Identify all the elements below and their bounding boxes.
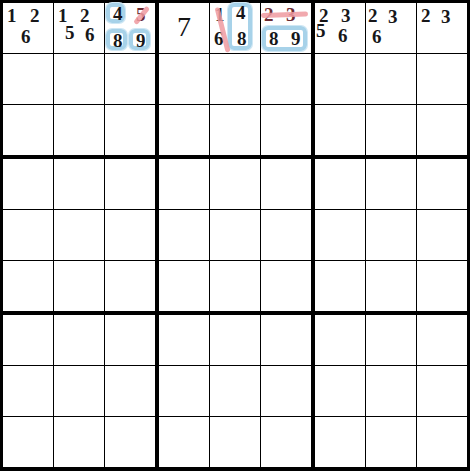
cell-r8c5[interactable] [261,417,315,467]
pencilmark-candidate-4: 4 [236,6,246,19]
cell-r0c0[interactable]: 126 [3,3,54,54]
pencilmark-candidate-4: 4 [113,7,123,20]
cell-r7c2[interactable] [105,366,159,417]
cell-r8c7[interactable] [366,417,417,467]
cell-r4c5[interactable] [261,210,315,261]
cell-r0c1[interactable]: 1256 [54,3,105,54]
cell-r8c6[interactable] [315,417,366,467]
sudoku-board: 12612564589714682389235623623 [0,0,470,471]
pencilmark-candidate-8: 8 [269,32,279,45]
pencilmark-candidate-9: 9 [291,32,301,45]
pencilmark-candidate-9: 9 [136,34,146,47]
cell-r3c2[interactable] [105,159,159,210]
cell-r7c0[interactable] [3,366,54,417]
cell-r4c3[interactable] [159,210,210,261]
cell-r7c3[interactable] [159,366,210,417]
pencilmark-candidate-2: 2 [30,9,40,22]
cell-r4c0[interactable] [3,210,54,261]
cell-r1c2[interactable] [105,54,159,105]
pencilmark-candidate-3: 3 [388,10,398,23]
cell-r6c1[interactable] [54,315,105,366]
candidate-strike-line [261,11,308,18]
cell-r5c5[interactable] [261,261,315,315]
cell-r6c8[interactable] [417,315,467,366]
cell-r0c7[interactable]: 236 [366,3,417,54]
pencilmark-candidate-6: 6 [338,29,348,42]
pencilmark-candidate-2: 2 [80,9,90,22]
cell-r3c3[interactable] [159,159,210,210]
cell-r7c7[interactable] [366,366,417,417]
pencilmark-candidate-6: 6 [372,30,382,43]
pencilmark-candidate-8: 8 [113,34,123,47]
cell-r2c2[interactable] [105,105,159,159]
cell-r5c6[interactable] [315,261,366,315]
cell-r4c7[interactable] [366,210,417,261]
cell-r1c4[interactable] [210,54,261,105]
cell-r3c6[interactable] [315,159,366,210]
cell-r5c2[interactable] [105,261,159,315]
cell-r3c0[interactable] [3,159,54,210]
cell-r2c4[interactable] [210,105,261,159]
cell-r2c0[interactable] [3,105,54,159]
given-digit: 7 [159,12,209,42]
cell-r0c2[interactable]: 4589 [105,3,159,54]
cell-r0c6[interactable]: 2356 [315,3,366,54]
cell-r8c3[interactable] [159,417,210,467]
cell-r7c4[interactable] [210,366,261,417]
cell-r2c7[interactable] [366,105,417,159]
cell-r2c8[interactable] [417,105,467,159]
cell-r5c7[interactable] [366,261,417,315]
pencilmark-candidate-5: 5 [316,24,326,37]
cell-r6c6[interactable] [315,315,366,366]
cell-r1c0[interactable] [3,54,54,105]
pencilmark-candidate-5: 5 [65,26,75,39]
cell-r6c3[interactable] [159,315,210,366]
cell-r2c1[interactable] [54,105,105,159]
cell-r7c1[interactable] [54,366,105,417]
cell-r3c4[interactable] [210,159,261,210]
cell-r0c4[interactable]: 1468 [210,3,261,54]
cell-r7c8[interactable] [417,366,467,417]
cell-r2c3[interactable] [159,105,210,159]
cell-r6c0[interactable] [3,315,54,366]
cell-r1c7[interactable] [366,54,417,105]
cell-r1c5[interactable] [261,54,315,105]
cell-r6c5[interactable] [261,315,315,366]
cell-r0c8[interactable]: 23 [417,3,467,54]
cell-r5c0[interactable] [3,261,54,315]
cell-r6c7[interactable] [366,315,417,366]
cell-r3c7[interactable] [366,159,417,210]
cell-r1c1[interactable] [54,54,105,105]
cell-r6c2[interactable] [105,315,159,366]
cell-r2c6[interactable] [315,105,366,159]
cell-r4c2[interactable] [105,210,159,261]
cell-r7c5[interactable] [261,366,315,417]
pencilmark-candidate-6: 6 [21,30,31,43]
pencilmark-candidate-3: 3 [441,10,451,23]
cell-r2c5[interactable] [261,105,315,159]
cell-r8c2[interactable] [105,417,159,467]
cell-r5c4[interactable] [210,261,261,315]
cell-r8c0[interactable] [3,417,54,467]
pencilmark-candidate-6: 6 [85,28,95,41]
cell-r1c8[interactable] [417,54,467,105]
cell-r3c8[interactable] [417,159,467,210]
cell-r4c8[interactable] [417,210,467,261]
cell-r0c5[interactable]: 2389 [261,3,315,54]
cell-r1c3[interactable] [159,54,210,105]
cell-r4c1[interactable] [54,210,105,261]
pencilmark-candidate-8: 8 [237,32,247,45]
pencilmark-candidate-1: 1 [58,9,68,22]
cell-r1c6[interactable] [315,54,366,105]
cell-r5c3[interactable] [159,261,210,315]
cell-r5c8[interactable] [417,261,467,315]
cell-r8c4[interactable] [210,417,261,467]
pencilmark-candidate-3: 3 [341,9,351,22]
cell-r3c1[interactable] [54,159,105,210]
pencilmark-candidate-2: 2 [368,9,378,22]
cell-r4c6[interactable] [315,210,366,261]
pencilmark-candidate-2: 2 [421,9,431,22]
cell-r7c6[interactable] [315,366,366,417]
cell-r4c4[interactable] [210,210,261,261]
cell-r3c5[interactable] [261,159,315,210]
cell-r8c8[interactable] [417,417,467,467]
cell-r8c1[interactable] [54,417,105,467]
cell-r5c1[interactable] [54,261,105,315]
cell-r0c3[interactable]: 7 [159,3,210,54]
pencilmark-candidate-1: 1 [7,9,17,22]
cell-r6c4[interactable] [210,315,261,366]
